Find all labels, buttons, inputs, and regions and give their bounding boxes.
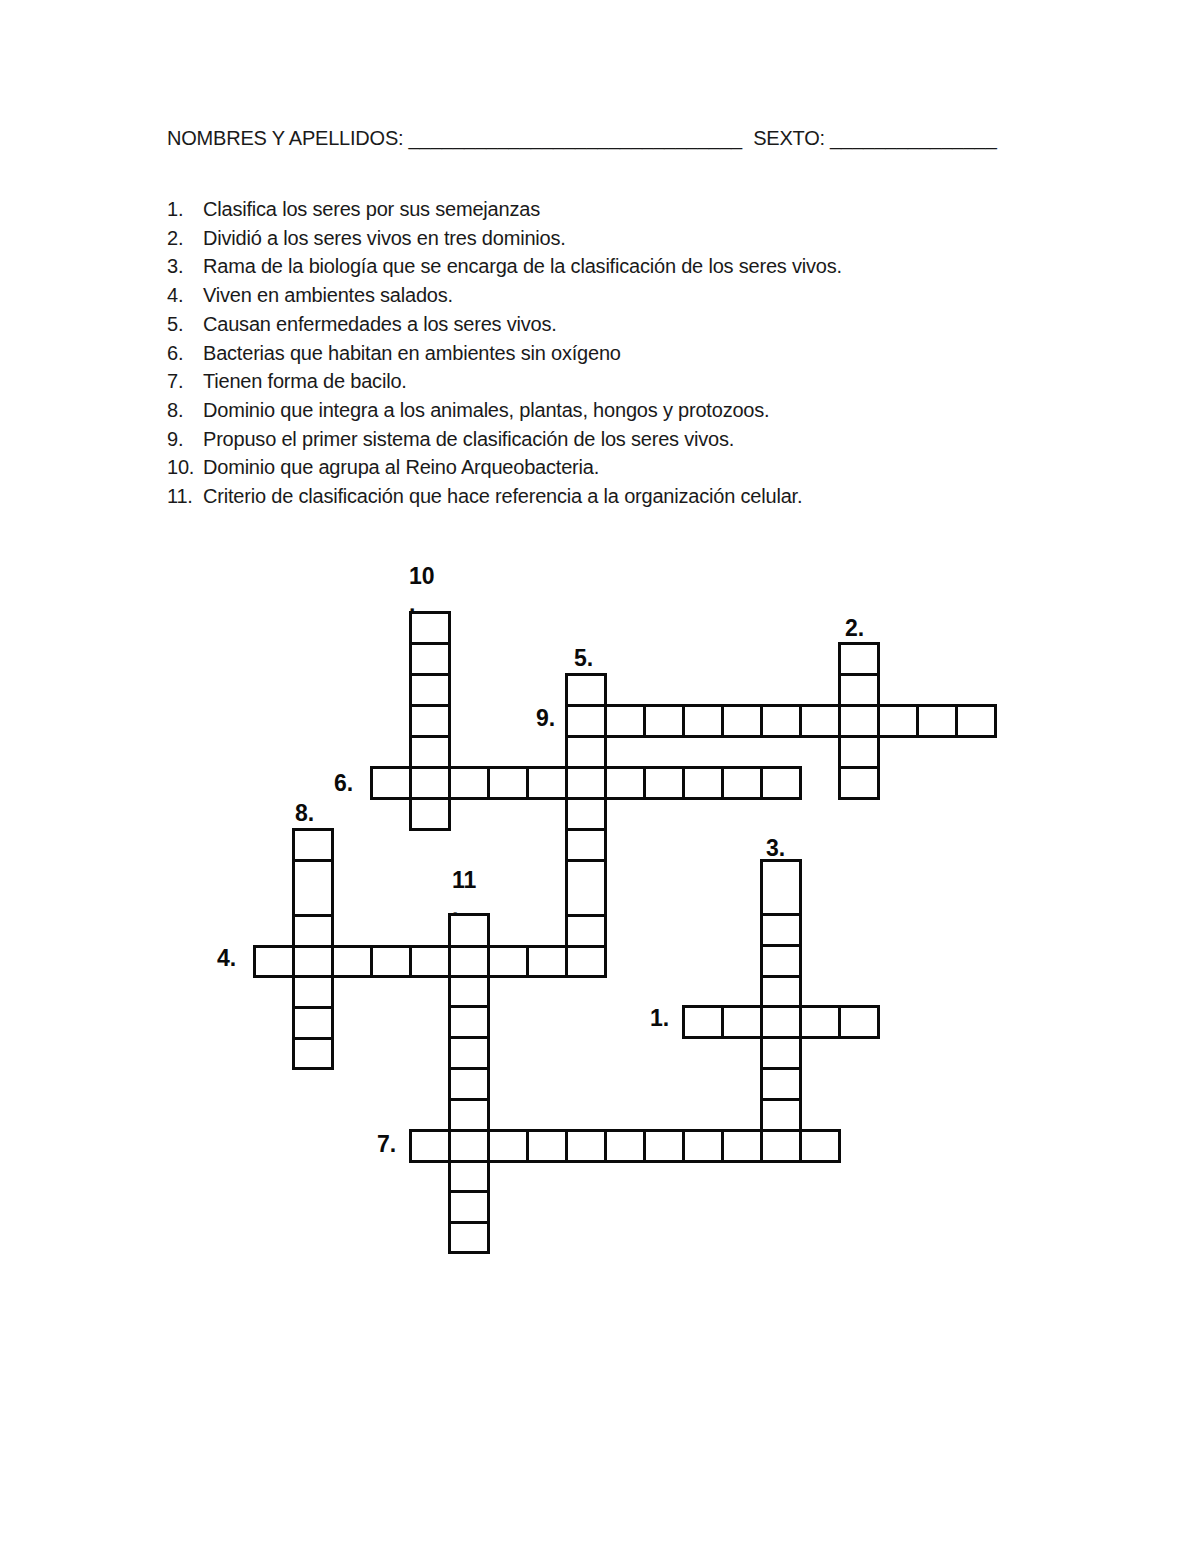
cell-9-1[interactable] [565,704,607,738]
cell-11-5[interactable] [448,1036,490,1070]
crossword-grid: 10 .2.5.9.6.8.3.11 .4.1.7. [0,0,1200,1553]
cell-3-3[interactable] [760,944,802,978]
cell-4-8[interactable] [526,945,568,978]
cell-10-3[interactable] [409,673,451,707]
cell-10-4[interactable] [409,704,451,738]
cell-2-4[interactable] [838,735,880,769]
entry-6-across [370,766,802,800]
cell-4-6[interactable] [448,945,490,978]
cell-1-4[interactable] [799,1005,841,1039]
cell-6-11[interactable] [760,766,802,800]
cell-4-9[interactable] [565,945,607,978]
cell-6-6[interactable] [565,766,607,800]
cell-6-10[interactable] [721,766,763,800]
cell-1-2[interactable] [721,1005,763,1039]
cell-6-8[interactable] [643,766,685,800]
cell-5-7[interactable] [565,859,607,917]
entry-1-across [682,1005,880,1039]
cell-11-4[interactable] [448,1005,490,1039]
cell-8-6[interactable] [292,1006,334,1040]
cell-3-8[interactable] [760,1098,802,1132]
cell-7-3[interactable] [487,1129,529,1163]
grid-number-3: 3. [766,833,785,863]
cell-7-5[interactable] [565,1129,607,1163]
cell-5-8[interactable] [565,914,607,948]
grid-number-7: 7. [377,1129,396,1159]
cell-7-7[interactable] [643,1129,685,1163]
cell-9-8[interactable] [838,704,880,738]
cell-3-4[interactable] [760,975,802,1008]
grid-number-2: 2. [845,613,864,643]
grid-number-5: 5. [574,643,593,673]
cell-9-9[interactable] [877,704,919,738]
cell-7-6[interactable] [604,1129,646,1163]
cell-4-5[interactable] [409,945,451,978]
cell-11-3[interactable] [448,975,490,1008]
cell-2-2[interactable] [838,673,880,707]
cell-1-5[interactable] [838,1005,880,1039]
cell-5-3[interactable] [565,735,607,769]
cell-9-10[interactable] [916,704,958,738]
cell-11-9[interactable] [448,1160,490,1193]
cell-11-10[interactable] [448,1190,490,1224]
cell-4-1[interactable] [253,945,295,978]
cell-11-11[interactable] [448,1221,490,1254]
cell-4-2[interactable] [292,945,334,978]
cell-10-2[interactable] [409,642,451,676]
grid-number-9: 9. [536,703,555,733]
cell-9-3[interactable] [643,704,685,738]
cell-5-6[interactable] [565,828,607,862]
grid-number-6: 6. [334,768,353,798]
cell-7-9[interactable] [721,1129,763,1163]
cell-1-1[interactable] [682,1005,724,1039]
cell-2-5[interactable] [838,766,880,800]
cell-11-6[interactable] [448,1067,490,1101]
cell-8-1[interactable] [292,828,334,862]
cell-6-2[interactable] [409,766,451,800]
cell-3-7[interactable] [760,1067,802,1101]
cell-4-4[interactable] [370,945,412,978]
cell-9-2[interactable] [604,704,646,738]
cell-5-1[interactable] [565,673,607,707]
cell-7-8[interactable] [682,1129,724,1163]
grid-number-1: 1. [650,1003,669,1033]
cell-3-2[interactable] [760,913,802,947]
entry-7-across [409,1129,841,1163]
cell-3-6[interactable] [760,1036,802,1070]
cell-5-5[interactable] [565,797,607,831]
entry-4-across [253,945,607,978]
cell-1-3[interactable] [760,1005,802,1039]
grid-number-4: 4. [217,943,236,973]
cell-10-5[interactable] [409,735,451,769]
cell-7-11[interactable] [799,1129,841,1163]
worksheet-page: NOMBRES Y APELLIDOS:____________________… [0,0,1200,1553]
cell-8-2[interactable] [292,859,334,917]
cell-6-3[interactable] [448,766,490,800]
entry-9-across [565,704,997,738]
cell-3-1[interactable] [760,859,802,916]
cell-4-3[interactable] [331,945,373,978]
cell-7-1[interactable] [409,1129,451,1163]
cell-2-1[interactable] [838,642,880,676]
cell-8-7[interactable] [292,1037,334,1070]
cell-4-7[interactable] [487,945,529,978]
cell-10-7[interactable] [409,797,451,831]
cell-9-6[interactable] [760,704,802,738]
cell-9-11[interactable] [955,704,997,738]
cell-6-9[interactable] [682,766,724,800]
cell-9-5[interactable] [721,704,763,738]
cell-6-7[interactable] [604,766,646,800]
cell-11-7[interactable] [448,1098,490,1132]
cell-8-5[interactable] [292,975,334,1009]
cell-7-2[interactable] [448,1129,490,1163]
cell-7-10[interactable] [760,1129,802,1163]
cell-9-4[interactable] [682,704,724,738]
cell-6-1[interactable] [370,766,412,800]
grid-number-10: 10 . [409,562,435,618]
cell-8-3[interactable] [292,914,334,948]
cell-6-5[interactable] [526,766,568,800]
cell-9-7[interactable] [799,704,841,738]
grid-number-8: 8. [295,798,314,828]
cell-7-4[interactable] [526,1129,568,1163]
cell-6-4[interactable] [487,766,529,800]
grid-number-11: 11 . [452,866,476,922]
